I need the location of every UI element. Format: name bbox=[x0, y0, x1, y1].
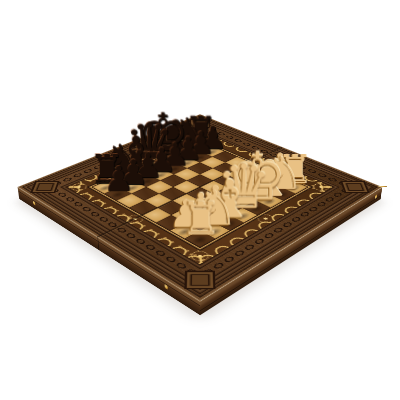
corner-knot-medallion bbox=[184, 271, 215, 289]
white-rook-glyph: ♜ bbox=[180, 196, 221, 241]
chess-case-3d: ♜♞♝♛♚♝♞♜♟♟♟♟♟♟♟♟♟♟♟♟♟♟♟♟♜♞♝♛♚♝♞♜ bbox=[18, 114, 383, 301]
board-top-surface: ♜♞♝♛♚♝♞♜♟♟♟♟♟♟♟♟♟♟♟♟♟♟♟♟♜♞♝♛♚♝♞♜ bbox=[18, 114, 383, 301]
product-photo-canvas: ♜♞♝♛♚♝♞♜♟♟♟♟♟♟♟♟♟♟♟♟♟♟♟♟♜♞♝♛♚♝♞♜ bbox=[0, 0, 400, 400]
fold-seam-side bbox=[97, 237, 99, 251]
black-pawn-glyph: ♟ bbox=[103, 161, 134, 196]
photo-scene: ♜♞♝♛♚♝♞♜♟♟♟♟♟♟♟♟♟♟♟♟♟♟♟♟♜♞♝♛♚♝♞♜ bbox=[0, 0, 400, 400]
